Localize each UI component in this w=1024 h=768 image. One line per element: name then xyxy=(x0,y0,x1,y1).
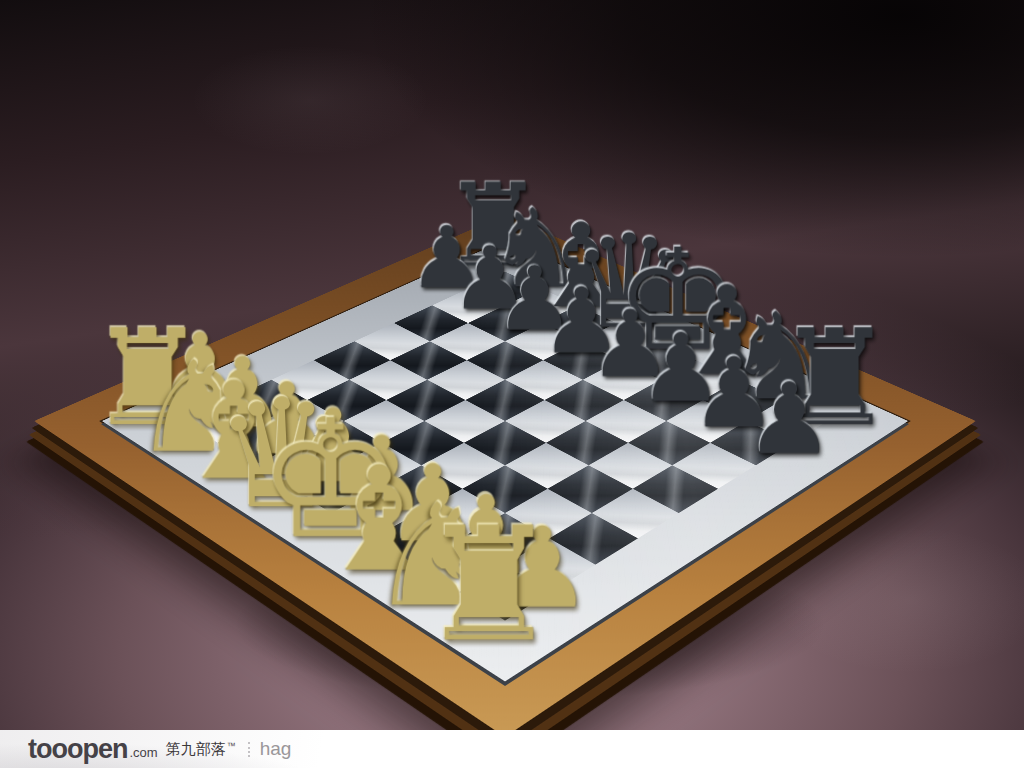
chess-scene: ♜♞♝♛♚♝♞♜♟♟♟♟♟♟♟♟♟♟♟♟♟♟♟♟♜♞♝♛♚♝♞♜ xyxy=(172,88,838,754)
trademark-symbol: ™ xyxy=(227,741,236,751)
piece-cell-h7: ♟ xyxy=(754,421,854,475)
tooopen-cn-text: 第九部落 xyxy=(166,740,226,759)
tooopen-logo-suffix: .com xyxy=(129,745,157,760)
piece-black-pawn-h7[interactable]: ♟ xyxy=(745,369,834,468)
piece-cell-h1: ♜ xyxy=(447,599,562,671)
chess-board: ♜♞♝♛♚♝♞♜♟♟♟♟♟♟♟♟♟♟♟♟♟♟♟♟♜♞♝♛♚♝♞♜ xyxy=(34,215,976,737)
piece-black-rook-a8[interactable]: ♜ xyxy=(442,168,545,283)
tooopen-logo: tooopen xyxy=(28,734,127,765)
piece-white-rook-h1[interactable]: ♜ xyxy=(419,506,560,663)
watermark-author: hag xyxy=(260,738,292,760)
watermark-separator xyxy=(248,742,250,757)
watermark-bar: tooopen .com 第九部落 ™ hag xyxy=(0,730,1024,768)
